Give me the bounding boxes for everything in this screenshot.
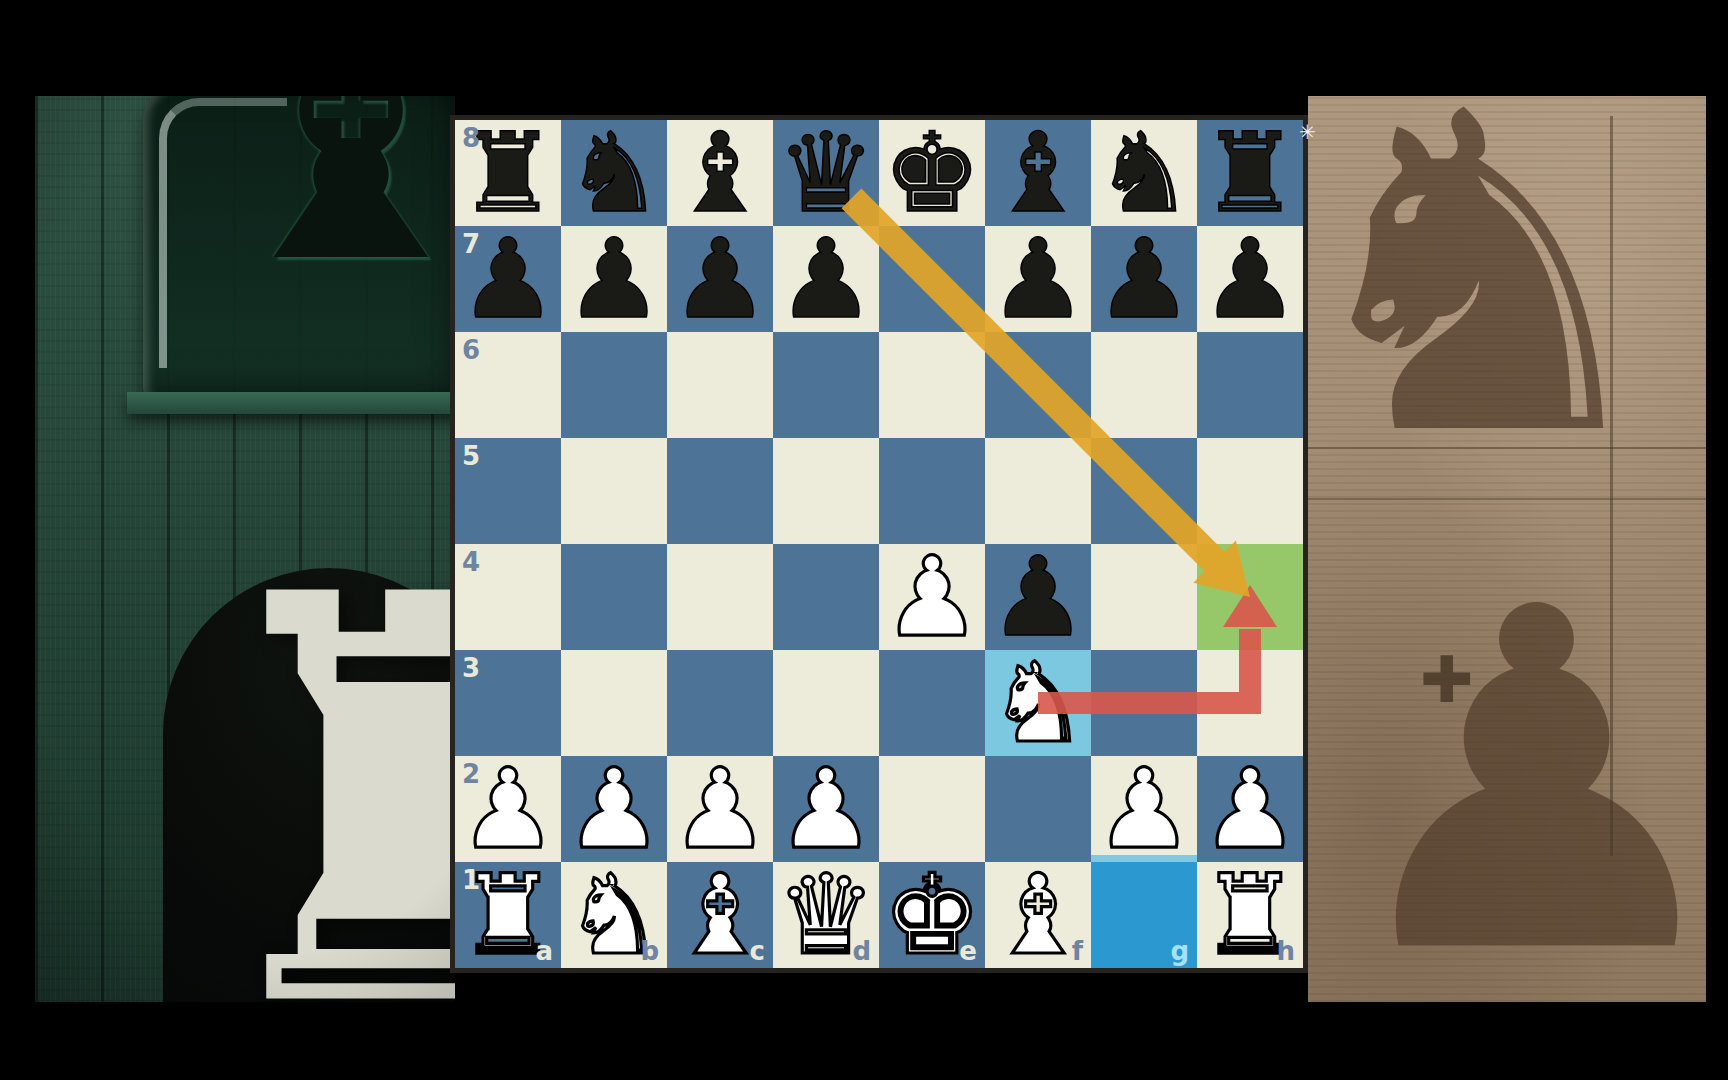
- square-g2[interactable]: ♟: [1091, 756, 1197, 862]
- square-h4[interactable]: [1197, 544, 1303, 650]
- square-f2[interactable]: [985, 756, 1091, 862]
- square-d4[interactable]: [773, 544, 879, 650]
- black-queen-d8[interactable]: ♛: [773, 120, 879, 226]
- square-c3[interactable]: [667, 650, 773, 756]
- square-f4[interactable]: ♟: [985, 544, 1091, 650]
- square-f5[interactable]: [985, 438, 1091, 544]
- black-rook-a8[interactable]: ♜: [455, 120, 561, 226]
- highlight-h4: [1197, 544, 1303, 650]
- square-e2[interactable]: [879, 756, 985, 862]
- square-b1[interactable]: b♞: [561, 862, 667, 968]
- square-f6[interactable]: [985, 332, 1091, 438]
- white-pawn-c2[interactable]: ♟: [667, 756, 773, 862]
- square-g8[interactable]: ♞: [1091, 120, 1197, 226]
- square-f1[interactable]: f♝: [985, 862, 1091, 968]
- black-king-e8[interactable]: ♚: [879, 120, 985, 226]
- square-c4[interactable]: [667, 544, 773, 650]
- white-bishop-c1[interactable]: ♝: [667, 862, 773, 968]
- square-h3[interactable]: [1197, 650, 1303, 756]
- square-g5[interactable]: [1091, 438, 1197, 544]
- white-knight-f3[interactable]: ♞: [985, 650, 1091, 756]
- square-e8[interactable]: ♚: [879, 120, 985, 226]
- black-bishop-f8[interactable]: ♝: [985, 120, 1091, 226]
- square-e4[interactable]: ♟: [879, 544, 985, 650]
- black-pawn-h7[interactable]: ♟: [1197, 226, 1303, 332]
- hatching-overlay: [1308, 96, 1706, 1002]
- square-d6[interactable]: [773, 332, 879, 438]
- square-e1[interactable]: e♚: [879, 862, 985, 968]
- square-a5[interactable]: 5: [455, 438, 561, 544]
- square-b8[interactable]: ♞: [561, 120, 667, 226]
- vignette-overlay: [35, 96, 455, 1002]
- square-a1[interactable]: 1a♜: [455, 862, 561, 968]
- white-pawn-e4[interactable]: ♟: [879, 544, 985, 650]
- square-c1[interactable]: c♝: [667, 862, 773, 968]
- square-c8[interactable]: ♝: [667, 120, 773, 226]
- square-b2[interactable]: ♟: [561, 756, 667, 862]
- white-pawn-g2[interactable]: ♟: [1091, 756, 1197, 862]
- square-b5[interactable]: [561, 438, 667, 544]
- rank-label: 5: [462, 441, 480, 471]
- white-pawn-d2[interactable]: ♟: [773, 756, 879, 862]
- black-knight-g8[interactable]: ♞: [1091, 120, 1197, 226]
- sparkle-icon: ✳: [1299, 120, 1316, 144]
- square-e3[interactable]: [879, 650, 985, 756]
- rank-label: 3: [462, 653, 480, 683]
- square-a6[interactable]: 6: [455, 332, 561, 438]
- square-d8[interactable]: ♛: [773, 120, 879, 226]
- black-knight-b8[interactable]: ♞: [561, 120, 667, 226]
- square-a2[interactable]: 2♟: [455, 756, 561, 862]
- black-pawn-c7[interactable]: ♟: [667, 226, 773, 332]
- highlight-g1: [1091, 862, 1197, 968]
- white-pawn-a2[interactable]: ♟: [455, 756, 561, 862]
- square-g4[interactable]: [1091, 544, 1197, 650]
- square-a8[interactable]: 8♜: [455, 120, 561, 226]
- black-pawn-a7[interactable]: ♟: [455, 226, 561, 332]
- black-pawn-g7[interactable]: ♟: [1091, 226, 1197, 332]
- square-d7[interactable]: ♟: [773, 226, 879, 332]
- square-f8[interactable]: ♝: [985, 120, 1091, 226]
- white-rook-h1[interactable]: ♜: [1197, 862, 1303, 968]
- square-b6[interactable]: [561, 332, 667, 438]
- white-queen-d1[interactable]: ♛: [773, 862, 879, 968]
- square-e5[interactable]: [879, 438, 985, 544]
- square-f7[interactable]: ♟: [985, 226, 1091, 332]
- square-c6[interactable]: [667, 332, 773, 438]
- square-c7[interactable]: ♟: [667, 226, 773, 332]
- square-h6[interactable]: [1197, 332, 1303, 438]
- chess-board[interactable]: 8♜♞♝♛♚♝♞♜7♟♟♟♟♟♟♟654♟♟3♞2♟♟♟♟♟♟1a♜b♞c♝d♛…: [455, 120, 1303, 968]
- square-c2[interactable]: ♟: [667, 756, 773, 862]
- square-b4[interactable]: [561, 544, 667, 650]
- square-d5[interactable]: [773, 438, 879, 544]
- black-rook-h8[interactable]: ♜: [1197, 120, 1303, 226]
- square-g3[interactable]: [1091, 650, 1197, 756]
- white-rook-a1[interactable]: ♜: [455, 862, 561, 968]
- rank-label: 4: [462, 547, 480, 577]
- square-b3[interactable]: [561, 650, 667, 756]
- square-f3[interactable]: ♞: [985, 650, 1091, 756]
- square-e6[interactable]: [879, 332, 985, 438]
- square-b7[interactable]: ♟: [561, 226, 667, 332]
- square-e7[interactable]: [879, 226, 985, 332]
- white-bishop-f1[interactable]: ♝: [985, 862, 1091, 968]
- square-g6[interactable]: [1091, 332, 1197, 438]
- square-h1[interactable]: h♜: [1197, 862, 1303, 968]
- left-artwork-panel: ♝ ♜: [35, 96, 455, 1002]
- white-pawn-b2[interactable]: ♟: [561, 756, 667, 862]
- black-bishop-c8[interactable]: ♝: [667, 120, 773, 226]
- black-pawn-d7[interactable]: ♟: [773, 226, 879, 332]
- square-a3[interactable]: 3: [455, 650, 561, 756]
- square-h8[interactable]: ♜: [1197, 120, 1303, 226]
- square-h2[interactable]: ♟: [1197, 756, 1303, 862]
- square-h7[interactable]: ♟: [1197, 226, 1303, 332]
- square-h5[interactable]: [1197, 438, 1303, 544]
- white-knight-b1[interactable]: ♞: [561, 862, 667, 968]
- square-d3[interactable]: [773, 650, 879, 756]
- right-artwork-panel: ♞ ♟ ✚: [1308, 96, 1706, 1002]
- black-pawn-f4[interactable]: ♟: [985, 544, 1091, 650]
- white-pawn-h2[interactable]: ♟: [1197, 756, 1303, 862]
- board-frame: 8♜♞♝♛♚♝♞♜7♟♟♟♟♟♟♟654♟♟3♞2♟♟♟♟♟♟1a♜b♞c♝d♛…: [450, 115, 1308, 973]
- square-a7[interactable]: 7♟: [455, 226, 561, 332]
- square-d2[interactable]: ♟: [773, 756, 879, 862]
- square-g7[interactable]: ♟: [1091, 226, 1197, 332]
- square-g1[interactable]: g: [1091, 862, 1197, 968]
- black-pawn-b7[interactable]: ♟: [561, 226, 667, 332]
- square-a4[interactable]: 4: [455, 544, 561, 650]
- square-c5[interactable]: [667, 438, 773, 544]
- square-d1[interactable]: d♛: [773, 862, 879, 968]
- white-king-e1[interactable]: ♚: [879, 862, 985, 968]
- black-pawn-f7[interactable]: ♟: [985, 226, 1091, 332]
